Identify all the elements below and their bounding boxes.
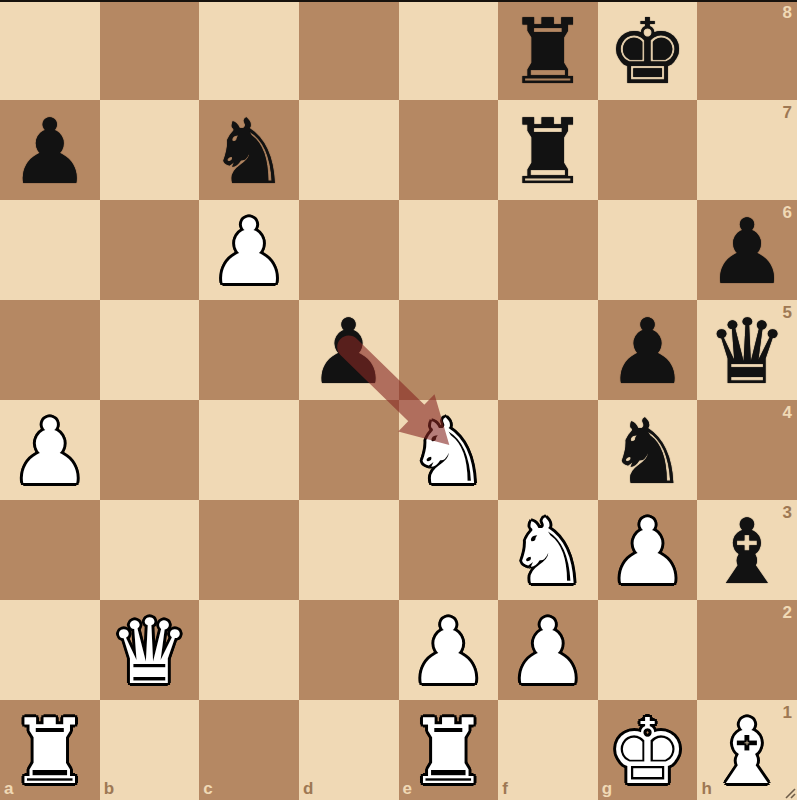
square-d4[interactable] xyxy=(299,400,399,500)
square-a8[interactable] xyxy=(0,0,100,100)
square-e3[interactable] xyxy=(399,500,499,600)
square-h2[interactable]: 2 xyxy=(697,600,797,700)
square-a2[interactable] xyxy=(0,600,100,700)
piece-black-rook[interactable]: ♜ xyxy=(508,7,589,97)
square-h5[interactable]: ♛5 xyxy=(697,300,797,400)
square-f1[interactable]: f xyxy=(498,700,598,800)
square-b6[interactable] xyxy=(100,200,200,300)
piece-black-bishop[interactable]: ♝ xyxy=(707,507,788,597)
rank-label-4: 4 xyxy=(783,404,792,421)
piece-white-rook[interactable]: ♜ xyxy=(9,707,90,797)
square-g5[interactable]: ♟ xyxy=(598,300,698,400)
resize-handle-icon[interactable] xyxy=(782,785,796,799)
square-f7[interactable]: ♜ xyxy=(498,100,598,200)
rank-label-8: 8 xyxy=(783,4,792,21)
file-label-c: c xyxy=(203,780,212,797)
rank-label-6: 6 xyxy=(783,204,792,221)
piece-black-king[interactable]: ♚ xyxy=(607,7,688,97)
board-squares: ♜♚8♟♞♜7♟♟6♟♟♛5♟♞♞4♞♟♝3♛♟♟2♜abcd♜ef♚g♝1h xyxy=(0,0,797,800)
square-g6[interactable] xyxy=(598,200,698,300)
square-e5[interactable] xyxy=(399,300,499,400)
square-h3[interactable]: ♝3 xyxy=(697,500,797,600)
square-g7[interactable] xyxy=(598,100,698,200)
piece-white-pawn[interactable]: ♟ xyxy=(607,507,688,597)
square-b4[interactable] xyxy=(100,400,200,500)
file-label-f: f xyxy=(502,780,508,797)
piece-white-king[interactable]: ♚ xyxy=(607,707,688,797)
square-a3[interactable] xyxy=(0,500,100,600)
piece-white-pawn[interactable]: ♟ xyxy=(209,207,290,297)
piece-white-knight[interactable]: ♞ xyxy=(508,507,589,597)
square-b2[interactable]: ♛ xyxy=(100,600,200,700)
file-label-a: a xyxy=(4,780,13,797)
square-e6[interactable] xyxy=(399,200,499,300)
square-d1[interactable]: d xyxy=(299,700,399,800)
square-b7[interactable] xyxy=(100,100,200,200)
piece-white-knight[interactable]: ♞ xyxy=(408,407,489,497)
square-h6[interactable]: ♟6 xyxy=(697,200,797,300)
piece-black-knight[interactable]: ♞ xyxy=(209,107,290,197)
rank-label-2: 2 xyxy=(783,604,792,621)
square-g4[interactable]: ♞ xyxy=(598,400,698,500)
window-top-edge xyxy=(0,0,797,2)
piece-white-pawn[interactable]: ♟ xyxy=(408,607,489,697)
square-b8[interactable] xyxy=(100,0,200,100)
square-e2[interactable]: ♟ xyxy=(399,600,499,700)
piece-black-pawn[interactable]: ♟ xyxy=(707,207,788,297)
piece-black-pawn[interactable]: ♟ xyxy=(308,307,389,397)
piece-black-pawn[interactable]: ♟ xyxy=(607,307,688,397)
square-d5[interactable]: ♟ xyxy=(299,300,399,400)
square-f2[interactable]: ♟ xyxy=(498,600,598,700)
piece-white-pawn[interactable]: ♟ xyxy=(9,407,90,497)
square-g1[interactable]: ♚g xyxy=(598,700,698,800)
square-e1[interactable]: ♜e xyxy=(399,700,499,800)
file-label-e: e xyxy=(403,780,412,797)
piece-white-queen[interactable]: ♛ xyxy=(109,607,190,697)
square-g3[interactable]: ♟ xyxy=(598,500,698,600)
square-a1[interactable]: ♜a xyxy=(0,700,100,800)
rank-label-1: 1 xyxy=(783,704,792,721)
square-c2[interactable] xyxy=(199,600,299,700)
square-h8[interactable]: 8 xyxy=(697,0,797,100)
rank-label-5: 5 xyxy=(783,304,792,321)
square-b1[interactable]: b xyxy=(100,700,200,800)
file-label-d: d xyxy=(303,780,313,797)
square-a5[interactable] xyxy=(0,300,100,400)
square-h4[interactable]: 4 xyxy=(697,400,797,500)
chess-board: ♜♚8♟♞♜7♟♟6♟♟♛5♟♞♞4♞♟♝3♛♟♟2♜abcd♜ef♚g♝1h xyxy=(0,0,797,800)
piece-white-bishop[interactable]: ♝ xyxy=(707,707,788,797)
file-label-b: b xyxy=(104,780,114,797)
square-f3[interactable]: ♞ xyxy=(498,500,598,600)
square-g2[interactable] xyxy=(598,600,698,700)
square-c1[interactable]: c xyxy=(199,700,299,800)
square-c3[interactable] xyxy=(199,500,299,600)
piece-black-pawn[interactable]: ♟ xyxy=(9,107,90,197)
square-h7[interactable]: 7 xyxy=(697,100,797,200)
square-c5[interactable] xyxy=(199,300,299,400)
square-c4[interactable] xyxy=(199,400,299,500)
square-d8[interactable] xyxy=(299,0,399,100)
square-e4[interactable]: ♞ xyxy=(399,400,499,500)
piece-black-rook[interactable]: ♜ xyxy=(508,107,589,197)
square-a7[interactable]: ♟ xyxy=(0,100,100,200)
rank-label-3: 3 xyxy=(783,504,792,521)
square-d3[interactable] xyxy=(299,500,399,600)
square-c8[interactable] xyxy=(199,0,299,100)
square-f4[interactable] xyxy=(498,400,598,500)
rank-label-7: 7 xyxy=(783,104,792,121)
square-f6[interactable] xyxy=(498,200,598,300)
square-a4[interactable]: ♟ xyxy=(0,400,100,500)
square-c6[interactable]: ♟ xyxy=(199,200,299,300)
piece-white-pawn[interactable]: ♟ xyxy=(508,607,589,697)
square-e7[interactable] xyxy=(399,100,499,200)
square-b5[interactable] xyxy=(100,300,200,400)
piece-black-queen[interactable]: ♛ xyxy=(707,307,788,397)
square-f5[interactable] xyxy=(498,300,598,400)
piece-black-knight[interactable]: ♞ xyxy=(607,407,688,497)
square-g8[interactable]: ♚ xyxy=(598,0,698,100)
square-f8[interactable]: ♜ xyxy=(498,0,598,100)
square-d6[interactable] xyxy=(299,200,399,300)
square-d7[interactable] xyxy=(299,100,399,200)
square-e8[interactable] xyxy=(399,0,499,100)
square-d2[interactable] xyxy=(299,600,399,700)
file-label-g: g xyxy=(602,780,612,797)
file-label-h: h xyxy=(701,780,711,797)
square-c7[interactable]: ♞ xyxy=(199,100,299,200)
piece-white-rook[interactable]: ♜ xyxy=(408,707,489,797)
square-a6[interactable] xyxy=(0,200,100,300)
square-b3[interactable] xyxy=(100,500,200,600)
